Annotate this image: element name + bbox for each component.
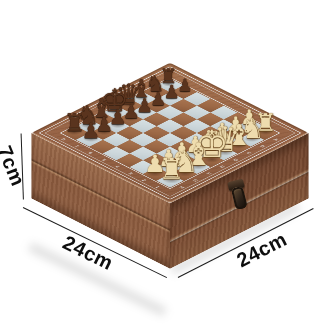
board-square	[210, 133, 237, 147]
board-square	[237, 133, 264, 147]
board-square	[76, 133, 103, 147]
coordinate-label: 8	[60, 138, 67, 141]
board-square	[103, 147, 130, 161]
coordinate-label: 5	[101, 158, 108, 161]
board-square	[143, 140, 170, 154]
board-square	[210, 147, 237, 161]
chess-box: 87654321 ABCDEFGH	[31, 63, 308, 204]
board-square	[143, 153, 170, 167]
coordinate-label: 1	[154, 185, 161, 188]
board-square	[197, 140, 224, 154]
coordinate-label: B	[259, 144, 266, 148]
coordinate-label: H	[179, 185, 186, 189]
board-square	[157, 133, 184, 147]
board-square	[170, 153, 197, 167]
coordinate-label: A	[273, 137, 280, 141]
board-square	[170, 140, 197, 154]
board-square	[157, 160, 184, 174]
board-square	[170, 167, 197, 181]
coordinate-label: F	[206, 172, 213, 175]
coordinate-label: 6	[87, 151, 94, 154]
board-square	[157, 147, 184, 161]
board-square	[116, 153, 143, 167]
coordinate-label: G	[192, 178, 200, 182]
coordinate-label: C	[246, 151, 253, 155]
board-square	[130, 147, 157, 161]
board-square	[183, 160, 210, 174]
coordinate-label: 7	[74, 144, 81, 147]
board-square	[116, 140, 143, 154]
board-square	[157, 174, 184, 188]
height-label: 7cm	[0, 142, 29, 189]
board-square	[183, 147, 210, 161]
board-square	[224, 140, 251, 154]
latch-hasp	[231, 186, 248, 210]
board-square	[130, 133, 157, 147]
board-square	[143, 167, 170, 181]
board-square	[103, 133, 130, 147]
board-square	[130, 160, 157, 174]
coordinate-label: 3	[127, 172, 134, 175]
board-square	[183, 133, 210, 147]
board-square	[197, 153, 224, 167]
coordinate-label: 4	[114, 165, 121, 168]
coordinate-label: E	[219, 165, 226, 169]
board-square	[89, 140, 116, 154]
product-photo-stage: 87654321 ABCDEFGH ♜♟♟♜♞♟♟♞♝♟♟♝♛♟♟♛♚♟♟♚♝♟…	[0, 0, 328, 328]
coordinate-label: D	[232, 158, 239, 162]
coordinate-label: 2	[141, 179, 148, 182]
